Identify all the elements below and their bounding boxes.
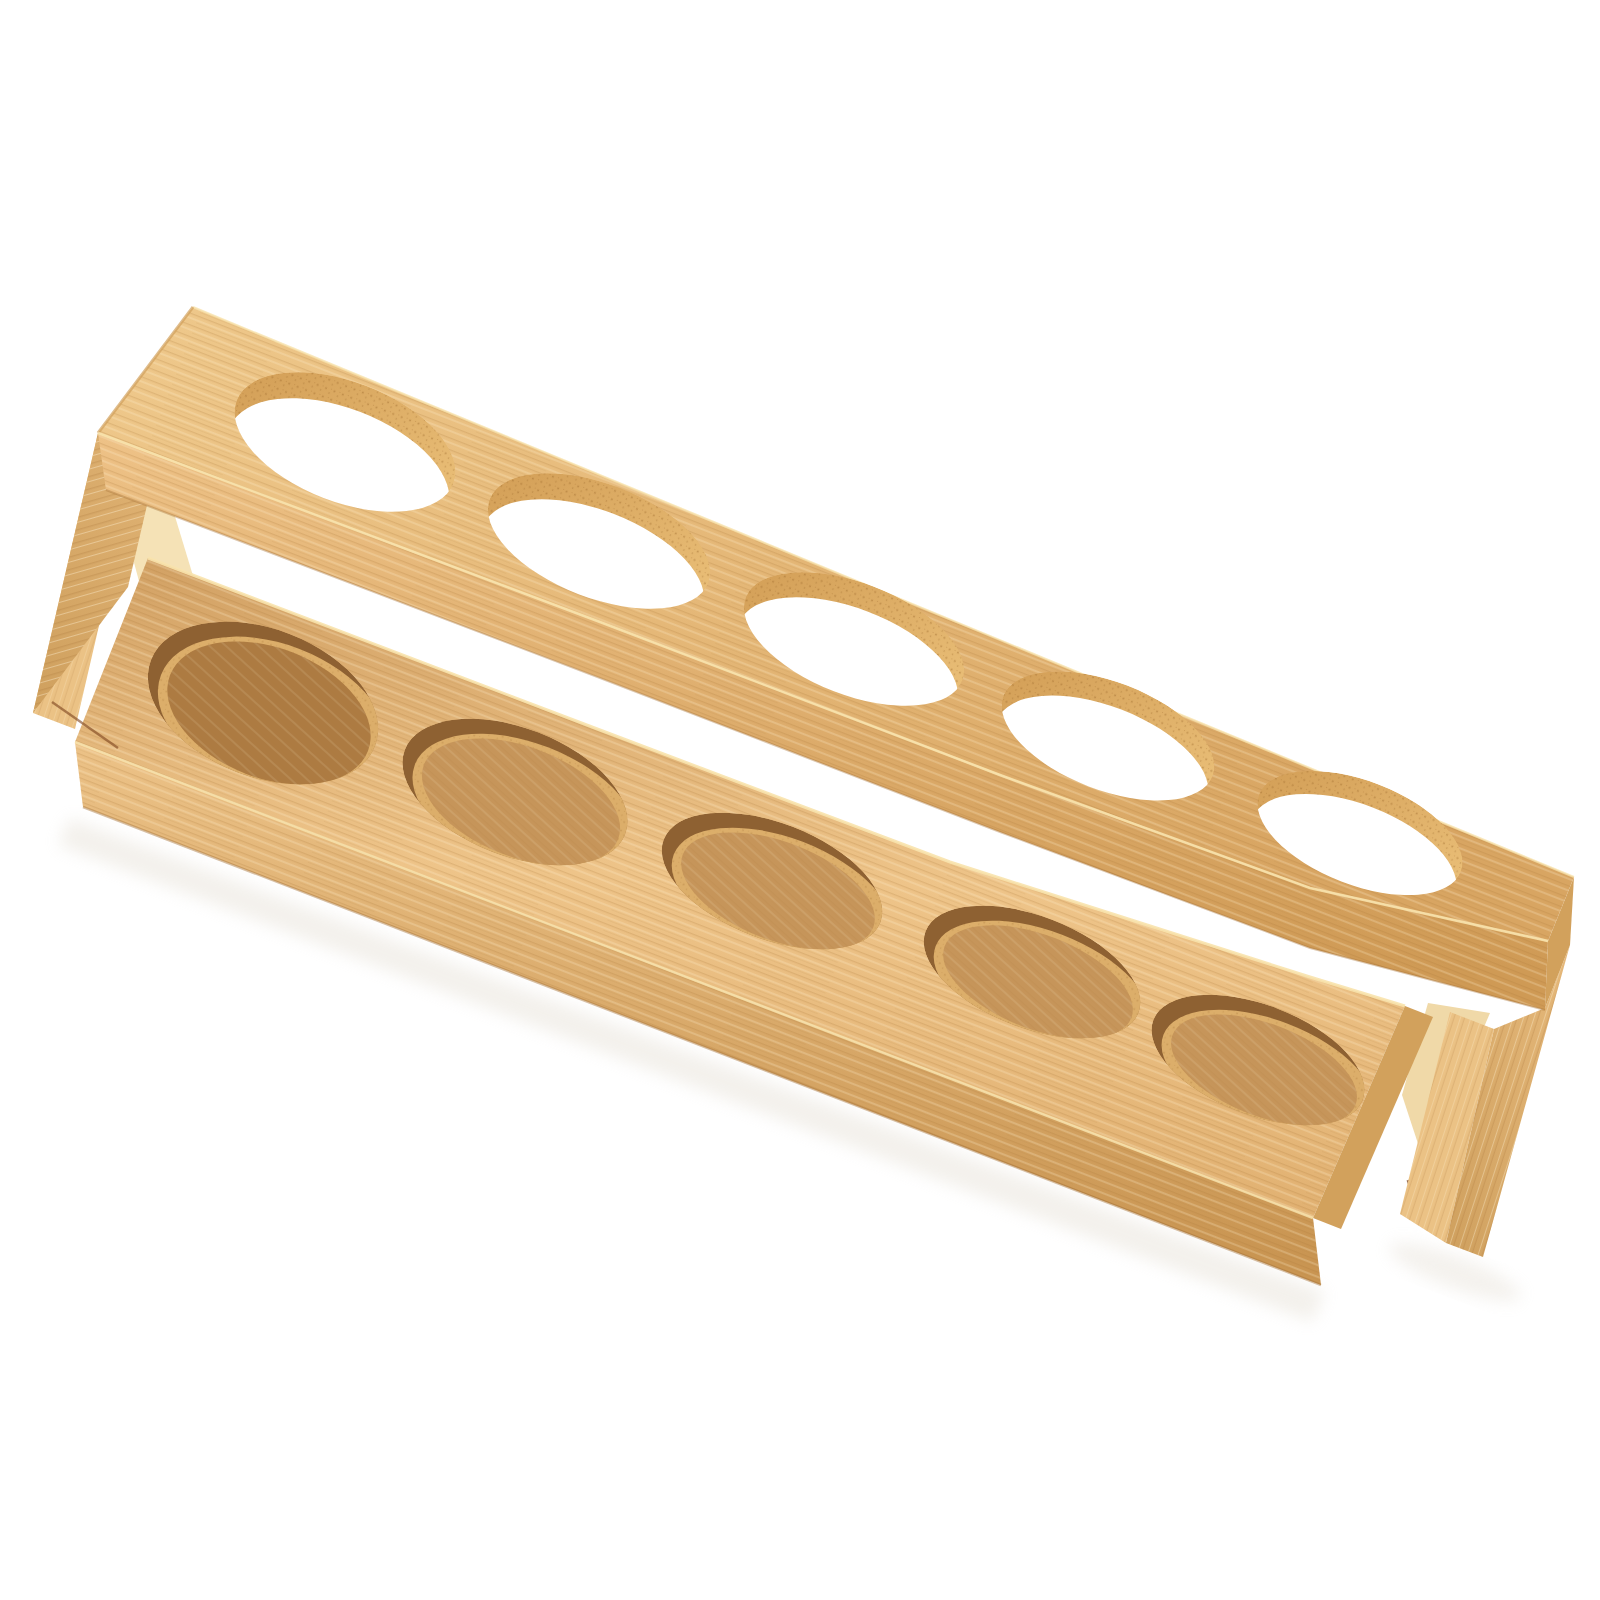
bamboo-rack-illustration	[0, 0, 1600, 1600]
product-photo-bamboo-rack	[0, 0, 1600, 1600]
